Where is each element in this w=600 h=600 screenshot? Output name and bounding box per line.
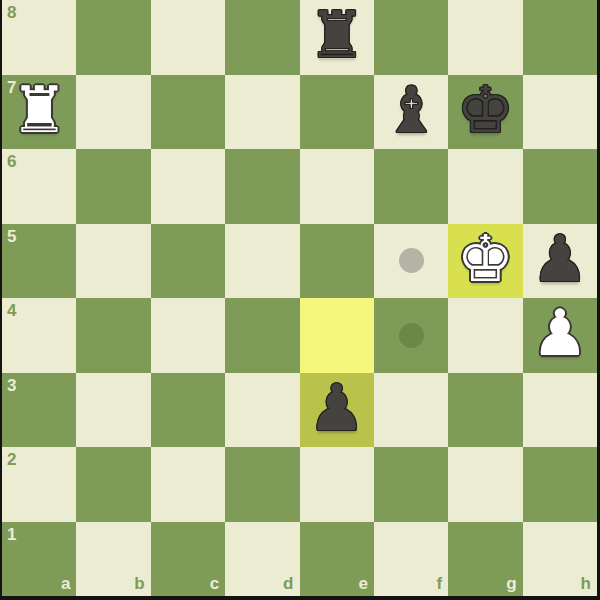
legal-move-dot-f5[interactable] xyxy=(399,248,424,273)
square-b2[interactable] xyxy=(76,447,150,522)
square-c3[interactable] xyxy=(151,373,225,448)
square-g2[interactable] xyxy=(448,447,522,522)
square-a5[interactable]: 5 xyxy=(2,224,76,299)
square-e6[interactable] xyxy=(300,149,374,224)
square-a7[interactable]: 7♜ xyxy=(2,75,76,150)
square-e8[interactable]: ♜ xyxy=(300,0,374,75)
square-d7[interactable] xyxy=(225,75,299,150)
square-b3[interactable] xyxy=(76,373,150,448)
square-h6[interactable] xyxy=(523,149,597,224)
white-king-g5[interactable]: ♚ xyxy=(457,227,514,291)
white-rook-a7[interactable]: ♜ xyxy=(11,78,68,142)
square-g4[interactable] xyxy=(448,298,522,373)
coordinate-rank-8: 8 xyxy=(7,4,16,21)
coordinate-file-e: e xyxy=(358,575,367,592)
square-h8[interactable] xyxy=(523,0,597,75)
square-f6[interactable] xyxy=(374,149,448,224)
coordinate-file-f: f xyxy=(437,575,443,592)
square-e4[interactable] xyxy=(300,298,374,373)
square-d5[interactable] xyxy=(225,224,299,299)
square-g1[interactable]: g xyxy=(448,522,522,597)
square-g8[interactable] xyxy=(448,0,522,75)
square-g7[interactable]: ♚ xyxy=(448,75,522,150)
square-f7[interactable]: ♝ xyxy=(374,75,448,150)
square-a8[interactable]: 8 xyxy=(2,0,76,75)
square-c5[interactable] xyxy=(151,224,225,299)
coordinate-file-a: a xyxy=(61,575,70,592)
square-b8[interactable] xyxy=(76,0,150,75)
square-f4[interactable] xyxy=(374,298,448,373)
square-h1[interactable]: h xyxy=(523,522,597,597)
square-a2[interactable]: 2 xyxy=(2,447,76,522)
square-b4[interactable] xyxy=(76,298,150,373)
square-d2[interactable] xyxy=(225,447,299,522)
square-a6[interactable]: 6 xyxy=(2,149,76,224)
square-h5[interactable]: ♟ xyxy=(523,224,597,299)
chess-board: 8♜7♜♝♚65♚♟4♟3♟21abcdefgh xyxy=(2,0,597,596)
coordinate-rank-1: 1 xyxy=(7,526,16,543)
square-g5[interactable]: ♚ xyxy=(448,224,522,299)
coordinate-file-d: d xyxy=(283,575,293,592)
square-c2[interactable] xyxy=(151,447,225,522)
square-e7[interactable] xyxy=(300,75,374,150)
coordinate-file-b: b xyxy=(134,575,144,592)
square-h4[interactable]: ♟ xyxy=(523,298,597,373)
coordinate-file-c: c xyxy=(210,575,219,592)
coordinate-rank-5: 5 xyxy=(7,228,16,245)
black-pawn-e3[interactable]: ♟ xyxy=(308,376,365,440)
square-g3[interactable] xyxy=(448,373,522,448)
square-e1[interactable]: e xyxy=(300,522,374,597)
square-h3[interactable] xyxy=(523,373,597,448)
square-c8[interactable] xyxy=(151,0,225,75)
square-c4[interactable] xyxy=(151,298,225,373)
legal-move-dot-f4[interactable] xyxy=(399,323,424,348)
square-e3[interactable]: ♟ xyxy=(300,373,374,448)
square-d4[interactable] xyxy=(225,298,299,373)
black-king-g7[interactable]: ♚ xyxy=(457,78,514,142)
square-f3[interactable] xyxy=(374,373,448,448)
square-g6[interactable] xyxy=(448,149,522,224)
coordinate-rank-4: 4 xyxy=(7,302,16,319)
square-b6[interactable] xyxy=(76,149,150,224)
square-f5[interactable] xyxy=(374,224,448,299)
square-d1[interactable]: d xyxy=(225,522,299,597)
coordinate-rank-2: 2 xyxy=(7,451,16,468)
square-c1[interactable]: c xyxy=(151,522,225,597)
square-d3[interactable] xyxy=(225,373,299,448)
square-f1[interactable]: f xyxy=(374,522,448,597)
coordinate-rank-3: 3 xyxy=(7,377,16,394)
black-pawn-h5[interactable]: ♟ xyxy=(531,227,588,291)
square-a1[interactable]: 1a xyxy=(2,522,76,597)
square-a4[interactable]: 4 xyxy=(2,298,76,373)
coordinate-file-h: h xyxy=(581,575,591,592)
square-e5[interactable] xyxy=(300,224,374,299)
square-c6[interactable] xyxy=(151,149,225,224)
square-b1[interactable]: b xyxy=(76,522,150,597)
coordinate-rank-6: 6 xyxy=(7,153,16,170)
black-bishop-f7[interactable]: ♝ xyxy=(382,78,439,142)
square-h2[interactable] xyxy=(523,447,597,522)
square-b7[interactable] xyxy=(76,75,150,150)
square-a3[interactable]: 3 xyxy=(2,373,76,448)
square-h7[interactable] xyxy=(523,75,597,150)
coordinate-file-g: g xyxy=(506,575,516,592)
black-rook-e8[interactable]: ♜ xyxy=(308,3,365,67)
square-d8[interactable] xyxy=(225,0,299,75)
white-pawn-h4[interactable]: ♟ xyxy=(531,301,588,365)
square-c7[interactable] xyxy=(151,75,225,150)
square-b5[interactable] xyxy=(76,224,150,299)
square-f2[interactable] xyxy=(374,447,448,522)
square-e2[interactable] xyxy=(300,447,374,522)
square-f8[interactable] xyxy=(374,0,448,75)
square-d6[interactable] xyxy=(225,149,299,224)
